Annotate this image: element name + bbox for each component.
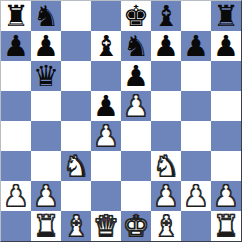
- white-king-icon[interactable]: ♚: [123, 212, 149, 241]
- square-b7[interactable]: ♟: [31, 31, 61, 61]
- square-c8[interactable]: [61, 1, 91, 31]
- square-e2[interactable]: [121, 181, 151, 211]
- square-d4[interactable]: ♟: [91, 121, 121, 151]
- black-bishop-icon[interactable]: ♝: [153, 2, 179, 31]
- square-f6[interactable]: [151, 61, 181, 91]
- square-h7[interactable]: ♟: [211, 31, 241, 61]
- square-g5[interactable]: [181, 91, 211, 121]
- white-pawn-icon[interactable]: ♟: [183, 182, 209, 211]
- square-f4[interactable]: [151, 121, 181, 151]
- square-g3[interactable]: [181, 151, 211, 181]
- square-b5[interactable]: [31, 91, 61, 121]
- square-h8[interactable]: ♜: [211, 1, 241, 31]
- white-pawn-icon[interactable]: ♟: [3, 182, 29, 211]
- white-knight-icon[interactable]: ♞: [153, 152, 179, 181]
- black-knight-icon[interactable]: ♞: [123, 32, 149, 61]
- square-b3[interactable]: [31, 151, 61, 181]
- square-e7[interactable]: ♞: [121, 31, 151, 61]
- square-f3[interactable]: ♞: [151, 151, 181, 181]
- white-bishop-icon[interactable]: ♝: [63, 212, 89, 241]
- square-d3[interactable]: [91, 151, 121, 181]
- black-pawn-icon[interactable]: ♟: [3, 32, 29, 61]
- square-c1[interactable]: ♝: [61, 211, 91, 241]
- black-pawn-icon[interactable]: ♟: [153, 32, 179, 61]
- black-pawn-icon[interactable]: ♟: [213, 32, 239, 61]
- square-c5[interactable]: [61, 91, 91, 121]
- black-king-icon[interactable]: ♚: [123, 2, 149, 31]
- black-rook-icon[interactable]: ♜: [3, 2, 29, 31]
- square-a4[interactable]: [1, 121, 31, 151]
- square-h6[interactable]: [211, 61, 241, 91]
- square-a5[interactable]: [1, 91, 31, 121]
- white-bishop-icon[interactable]: ♝: [153, 212, 179, 241]
- black-queen-icon[interactable]: ♛: [33, 62, 59, 91]
- black-bishop-icon[interactable]: ♝: [93, 32, 119, 61]
- square-f5[interactable]: [151, 91, 181, 121]
- square-b2[interactable]: ♟: [31, 181, 61, 211]
- square-g8[interactable]: [181, 1, 211, 31]
- square-a8[interactable]: ♜: [1, 1, 31, 31]
- white-pawn-icon[interactable]: ♟: [33, 182, 59, 211]
- square-e1[interactable]: ♚: [121, 211, 151, 241]
- black-rook-icon[interactable]: ♜: [213, 2, 239, 31]
- white-knight-icon[interactable]: ♞: [63, 152, 89, 181]
- white-pawn-icon[interactable]: ♟: [93, 122, 119, 151]
- square-b4[interactable]: [31, 121, 61, 151]
- square-h5[interactable]: [211, 91, 241, 121]
- square-d2[interactable]: [91, 181, 121, 211]
- square-g4[interactable]: [181, 121, 211, 151]
- square-h3[interactable]: [211, 151, 241, 181]
- chess-board: ♜♞♚♝♜♟♟♝♞♟♟♟♛♟♟♟♟♞♞♟♟♟♟♟♜♝♛♚♝♜: [0, 0, 242, 242]
- square-a1[interactable]: [1, 211, 31, 241]
- white-pawn-icon[interactable]: ♟: [153, 182, 179, 211]
- square-b6[interactable]: ♛: [31, 61, 61, 91]
- white-rook-icon[interactable]: ♜: [33, 212, 59, 241]
- square-g6[interactable]: [181, 61, 211, 91]
- square-e4[interactable]: [121, 121, 151, 151]
- square-c7[interactable]: [61, 31, 91, 61]
- square-b8[interactable]: ♞: [31, 1, 61, 31]
- square-f1[interactable]: ♝: [151, 211, 181, 241]
- square-a6[interactable]: [1, 61, 31, 91]
- square-f7[interactable]: ♟: [151, 31, 181, 61]
- white-pawn-icon[interactable]: ♟: [213, 182, 239, 211]
- square-d8[interactable]: [91, 1, 121, 31]
- black-pawn-icon[interactable]: ♟: [33, 32, 59, 61]
- square-e3[interactable]: [121, 151, 151, 181]
- square-a3[interactable]: [1, 151, 31, 181]
- square-h2[interactable]: ♟: [211, 181, 241, 211]
- square-c4[interactable]: [61, 121, 91, 151]
- square-g1[interactable]: [181, 211, 211, 241]
- square-c2[interactable]: [61, 181, 91, 211]
- square-f8[interactable]: ♝: [151, 1, 181, 31]
- square-d6[interactable]: [91, 61, 121, 91]
- square-h4[interactable]: [211, 121, 241, 151]
- black-pawn-icon[interactable]: ♟: [93, 92, 119, 121]
- white-rook-icon[interactable]: ♜: [213, 212, 239, 241]
- square-f2[interactable]: ♟: [151, 181, 181, 211]
- square-g7[interactable]: ♟: [181, 31, 211, 61]
- square-e6[interactable]: ♟: [121, 61, 151, 91]
- square-a7[interactable]: ♟: [1, 31, 31, 61]
- square-e8[interactable]: ♚: [121, 1, 151, 31]
- square-a2[interactable]: ♟: [1, 181, 31, 211]
- square-c6[interactable]: [61, 61, 91, 91]
- square-b1[interactable]: ♜: [31, 211, 61, 241]
- square-d5[interactable]: ♟: [91, 91, 121, 121]
- black-pawn-icon[interactable]: ♟: [123, 62, 149, 91]
- white-queen-icon[interactable]: ♛: [93, 212, 119, 241]
- square-d7[interactable]: ♝: [91, 31, 121, 61]
- white-pawn-icon[interactable]: ♟: [123, 92, 149, 121]
- square-e5[interactable]: ♟: [121, 91, 151, 121]
- square-g2[interactable]: ♟: [181, 181, 211, 211]
- square-h1[interactable]: ♜: [211, 211, 241, 241]
- square-d1[interactable]: ♛: [91, 211, 121, 241]
- square-c3[interactable]: ♞: [61, 151, 91, 181]
- black-pawn-icon[interactable]: ♟: [183, 32, 209, 61]
- black-knight-icon[interactable]: ♞: [33, 2, 59, 31]
